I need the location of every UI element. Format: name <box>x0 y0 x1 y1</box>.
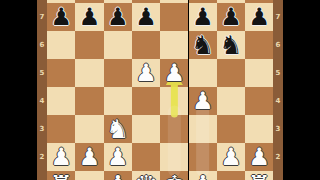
piece-white-pawn-a2[interactable]: ♟ <box>47 143 75 171</box>
square-e4[interactable] <box>160 87 188 115</box>
piece-white-pawn-f4[interactable]: ♟ <box>189 87 217 115</box>
rank-label-left-3: 3 <box>37 124 47 134</box>
piece-white-bishop-c1[interactable]: ♝ <box>104 171 132 180</box>
square-a5[interactable] <box>47 59 75 87</box>
rank-label-left-7: 7 <box>37 12 47 22</box>
rank-label-left-2: 2 <box>37 152 47 162</box>
piece-black-pawn-b7[interactable]: ♟ <box>75 3 103 31</box>
piece-black-pawn-d7[interactable]: ♟ <box>132 3 160 31</box>
piece-white-rook-a1[interactable]: ♜ <box>47 171 75 180</box>
square-d3[interactable] <box>132 115 160 143</box>
rank-label-right-2: 2 <box>273 152 283 162</box>
piece-black-pawn-g7[interactable]: ♟ <box>217 3 245 31</box>
square-b5[interactable] <box>75 59 103 87</box>
square-g4[interactable] <box>217 87 245 115</box>
square-d2[interactable] <box>132 143 160 171</box>
square-f2[interactable] <box>189 143 217 171</box>
chess-board[interactable]: ♜♝♛♚♝♜♟♟♟♟♟♟♟♞♞♟♟♟♞♟♟♟♟♟♜♝♛♚♝♜ <box>47 0 273 180</box>
rank-label-right-7: 7 <box>273 12 283 22</box>
piece-black-knight-f6[interactable]: ♞ <box>189 31 217 59</box>
square-a3[interactable] <box>47 115 75 143</box>
piece-white-pawn-c2[interactable]: ♟ <box>104 143 132 171</box>
rank-label-left-6: 6 <box>37 40 47 50</box>
piece-black-pawn-c7[interactable]: ♟ <box>104 3 132 31</box>
rank-label-right-4: 4 <box>273 96 283 106</box>
square-c5[interactable] <box>104 59 132 87</box>
square-h5[interactable] <box>245 59 273 87</box>
square-e6[interactable] <box>160 31 188 59</box>
square-h3[interactable] <box>245 115 273 143</box>
square-c4[interactable] <box>104 87 132 115</box>
piece-white-knight-c3[interactable]: ♞ <box>104 115 132 143</box>
square-b3[interactable] <box>75 115 103 143</box>
square-e2[interactable] <box>160 143 188 171</box>
piece-black-knight-g6[interactable]: ♞ <box>217 31 245 59</box>
piece-white-pawn-h2[interactable]: ♟ <box>245 143 273 171</box>
piece-white-pawn-e5[interactable]: ♟ <box>160 59 188 87</box>
rank-label-right-3: 3 <box>273 124 283 134</box>
piece-white-rook-h1[interactable]: ♜ <box>245 171 273 180</box>
square-b6[interactable] <box>75 31 103 59</box>
board-border-left: 765432 <box>37 0 47 180</box>
square-b4[interactable] <box>75 87 103 115</box>
square-g1[interactable] <box>217 171 245 180</box>
square-b1[interactable] <box>75 171 103 180</box>
piece-white-king-e1[interactable]: ♚ <box>160 171 188 180</box>
piece-black-pawn-h7[interactable]: ♟ <box>245 3 273 31</box>
piece-white-pawn-b2[interactable]: ♟ <box>75 143 103 171</box>
piece-white-pawn-g2[interactable]: ♟ <box>217 143 245 171</box>
rank-label-left-5: 5 <box>37 68 47 78</box>
square-a6[interactable] <box>47 31 75 59</box>
piece-black-pawn-f7[interactable]: ♟ <box>189 3 217 31</box>
piece-black-pawn-a7[interactable]: ♟ <box>47 3 75 31</box>
square-f5[interactable] <box>189 59 217 87</box>
square-e3[interactable] <box>160 115 188 143</box>
square-h4[interactable] <box>245 87 273 115</box>
square-g3[interactable] <box>217 115 245 143</box>
square-f3[interactable] <box>189 115 217 143</box>
board-border-right: 765432 <box>273 0 283 180</box>
piece-black-king-e8[interactable]: ♚ <box>160 0 188 3</box>
rank-label-right-6: 6 <box>273 40 283 50</box>
square-d4[interactable] <box>132 87 160 115</box>
piece-white-pawn-d5[interactable]: ♟ <box>132 59 160 87</box>
square-c6[interactable] <box>104 31 132 59</box>
square-h6[interactable] <box>245 31 273 59</box>
square-g5[interactable] <box>217 59 245 87</box>
chess-thumbnail-stage: 765432 765432 ♜♝♛♚♝♜♟♟♟♟♟♟♟♞♞♟♟♟♞♟♟♟♟♟♜♝… <box>0 0 320 180</box>
rank-label-right-5: 5 <box>273 68 283 78</box>
piece-white-queen-d1[interactable]: ♛ <box>132 171 160 180</box>
square-a4[interactable] <box>47 87 75 115</box>
rank-label-left-4: 4 <box>37 96 47 106</box>
piece-white-bishop-f1[interactable]: ♝ <box>189 171 217 180</box>
square-e7[interactable] <box>160 3 188 31</box>
square-d6[interactable] <box>132 31 160 59</box>
